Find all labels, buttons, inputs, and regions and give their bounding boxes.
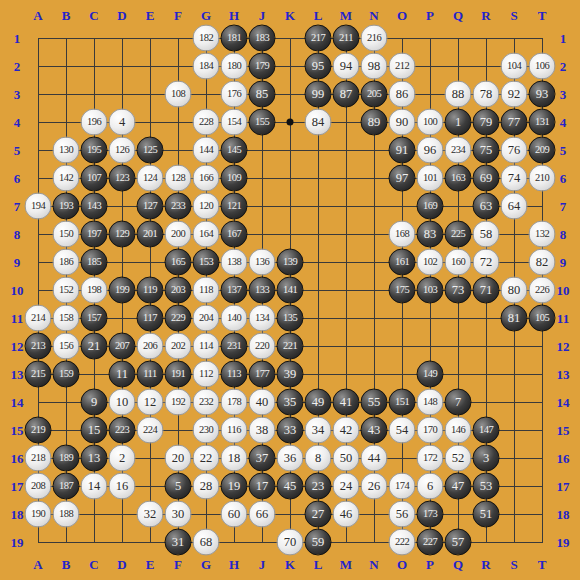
column-label-top-A: A [33, 9, 42, 22]
stone-white-18-H16[interactable]: 18 [221, 445, 248, 472]
stone-black-39-K13[interactable]: 39 [277, 361, 304, 388]
stone-black-123-D6[interactable]: 123 [109, 165, 136, 192]
stone-black-179-J2[interactable]: 179 [249, 53, 276, 80]
stone-white-16-D17[interactable]: 16 [109, 473, 136, 500]
row-label-right-10: 10 [557, 284, 570, 297]
row-label-right-14: 14 [557, 396, 570, 409]
stone-black-189-B16[interactable]: 189 [53, 445, 80, 472]
stone-white-154-H4[interactable]: 154 [221, 109, 248, 136]
stone-white-74-S6[interactable]: 74 [501, 165, 528, 192]
row-label-left-10: 10 [11, 284, 24, 297]
stone-black-79-R4[interactable]: 79 [473, 109, 500, 136]
stone-white-218-A16[interactable]: 218 [25, 445, 52, 472]
stone-white-38-J15[interactable]: 38 [249, 417, 276, 444]
stone-black-227-P19[interactable]: 227 [417, 529, 444, 556]
column-label-top-R: R [481, 9, 490, 22]
stone-black-95-L2[interactable]: 95 [305, 53, 332, 80]
stone-white-144-G5[interactable]: 144 [193, 137, 220, 164]
stone-white-152-B10[interactable]: 152 [53, 277, 80, 304]
stone-white-26-N17[interactable]: 26 [361, 473, 388, 500]
stone-black-221-K12[interactable]: 221 [277, 333, 304, 360]
row-label-right-6: 6 [560, 172, 567, 185]
stone-white-14-C17[interactable]: 14 [81, 473, 108, 500]
stone-white-22-G16[interactable]: 22 [193, 445, 220, 472]
stone-white-212-O2[interactable]: 212 [389, 53, 416, 80]
stone-black-47-Q17[interactable]: 47 [445, 473, 472, 500]
stone-black-27-L18[interactable]: 27 [305, 501, 332, 528]
stone-black-3-R16[interactable]: 3 [473, 445, 500, 472]
stone-black-109-H6[interactable]: 109 [221, 165, 248, 192]
stone-black-85-J3[interactable]: 85 [249, 81, 276, 108]
stone-white-126-D5[interactable]: 126 [109, 137, 136, 164]
row-label-right-16: 16 [557, 452, 570, 465]
row-label-left-16: 16 [11, 452, 24, 465]
row-label-left-5: 5 [14, 144, 21, 157]
stone-black-1-Q4[interactable]: 1 [445, 109, 472, 136]
stone-black-31-F19[interactable]: 31 [165, 529, 192, 556]
column-label-top-K: K [285, 9, 295, 22]
stone-black-217-L1[interactable]: 217 [305, 25, 332, 52]
stone-black-23-L17[interactable]: 23 [305, 473, 332, 500]
stone-white-140-H11[interactable]: 140 [221, 305, 248, 332]
stone-black-233-F7[interactable]: 233 [165, 193, 192, 220]
stone-white-44-N16[interactable]: 44 [361, 445, 388, 472]
stone-black-71-R10[interactable]: 71 [473, 277, 500, 304]
stone-white-168-O8[interactable]: 168 [389, 221, 416, 248]
stone-black-107-C6[interactable]: 107 [81, 165, 108, 192]
stone-white-86-O3[interactable]: 86 [389, 81, 416, 108]
stone-black-105-T11[interactable]: 105 [529, 305, 556, 332]
stone-black-169-P7[interactable]: 169 [417, 193, 444, 220]
stone-white-156-B12[interactable]: 156 [53, 333, 80, 360]
stone-black-75-R5[interactable]: 75 [473, 137, 500, 164]
stone-white-172-P16[interactable]: 172 [417, 445, 444, 472]
stone-black-7-Q14[interactable]: 7 [445, 389, 472, 416]
row-label-left-3: 3 [14, 88, 21, 101]
stone-white-70-K19[interactable]: 70 [277, 529, 304, 556]
stone-white-78-R3[interactable]: 78 [473, 81, 500, 108]
stone-black-161-O9[interactable]: 161 [389, 249, 416, 276]
stone-white-30-F18[interactable]: 30 [165, 501, 192, 528]
stone-white-10-D14[interactable]: 10 [109, 389, 136, 416]
stone-white-101-P6[interactable]: 101 [417, 165, 444, 192]
stone-black-191-F13[interactable]: 191 [165, 361, 192, 388]
column-label-top-B: B [62, 9, 71, 22]
stone-white-220-J12[interactable]: 220 [249, 333, 276, 360]
stone-black-97-O6[interactable]: 97 [389, 165, 416, 192]
stone-black-163-Q6[interactable]: 163 [445, 165, 472, 192]
stone-white-204-G11[interactable]: 204 [193, 305, 220, 332]
stone-white-68-G19[interactable]: 68 [193, 529, 220, 556]
stone-black-193-B7[interactable]: 193 [53, 193, 80, 220]
stone-white-134-J11[interactable]: 134 [249, 305, 276, 332]
stone-white-188-B18[interactable]: 188 [53, 501, 80, 528]
row-label-left-18: 18 [11, 508, 24, 521]
stone-white-176-H3[interactable]: 176 [221, 81, 248, 108]
row-label-left-9: 9 [14, 256, 21, 269]
column-label-bottom-P: P [426, 558, 434, 571]
stone-black-83-P8[interactable]: 83 [417, 221, 444, 248]
stone-black-187-B17[interactable]: 187 [53, 473, 80, 500]
stone-white-56-O18[interactable]: 56 [389, 501, 416, 528]
stone-white-4-D4[interactable]: 4 [109, 109, 136, 136]
stone-black-33-K15[interactable]: 33 [277, 417, 304, 444]
column-label-top-D: D [117, 9, 126, 22]
stone-white-192-F14[interactable]: 192 [165, 389, 192, 416]
stone-white-226-T10[interactable]: 226 [529, 277, 556, 304]
stone-black-55-N14[interactable]: 55 [361, 389, 388, 416]
stone-black-199-D10[interactable]: 199 [109, 277, 136, 304]
stone-black-137-H10[interactable]: 137 [221, 277, 248, 304]
row-label-left-12: 12 [11, 340, 24, 353]
row-label-right-7: 7 [560, 200, 567, 213]
stone-white-194-A7[interactable]: 194 [25, 193, 52, 220]
column-label-top-L: L [314, 9, 323, 22]
stone-black-93-T3[interactable]: 93 [529, 81, 556, 108]
stone-black-113-H13[interactable]: 113 [221, 361, 248, 388]
stone-black-51-R18[interactable]: 51 [473, 501, 500, 528]
stone-white-66-J18[interactable]: 66 [249, 501, 276, 528]
column-label-bottom-K: K [285, 558, 295, 571]
stone-white-234-Q5[interactable]: 234 [445, 137, 472, 164]
row-label-right-13: 13 [557, 368, 570, 381]
row-label-right-8: 8 [560, 228, 567, 241]
stone-white-142-B6[interactable]: 142 [53, 165, 80, 192]
stone-white-214-A11[interactable]: 214 [25, 305, 52, 332]
stone-black-213-A12[interactable]: 213 [25, 333, 52, 360]
stone-black-45-K17[interactable]: 45 [277, 473, 304, 500]
go-board: AABBCCDDEEFFGGHHJJKKLLMMNNOOPPQQRRSSTT11… [0, 0, 580, 580]
stone-white-120-G7[interactable]: 120 [193, 193, 220, 220]
stone-white-206-E12[interactable]: 206 [137, 333, 164, 360]
row-label-right-17: 17 [557, 480, 570, 493]
column-label-top-Q: Q [453, 9, 463, 22]
row-label-right-18: 18 [557, 508, 570, 521]
column-label-bottom-F: F [174, 558, 182, 571]
stone-black-17-J17[interactable]: 17 [249, 473, 276, 500]
stone-white-88-Q3[interactable]: 88 [445, 81, 472, 108]
stone-black-133-J10[interactable]: 133 [249, 277, 276, 304]
stone-white-138-H9[interactable]: 138 [221, 249, 248, 276]
column-label-bottom-S: S [510, 558, 517, 571]
row-label-right-11: 11 [557, 312, 569, 325]
stone-black-21-C12[interactable]: 21 [81, 333, 108, 360]
stone-white-186-B9[interactable]: 186 [53, 249, 80, 276]
stone-black-225-Q8[interactable]: 225 [445, 221, 472, 248]
stone-white-96-P5[interactable]: 96 [417, 137, 444, 164]
column-label-bottom-J: J [259, 558, 266, 571]
stone-black-13-C16[interactable]: 13 [81, 445, 108, 472]
stone-black-77-S4[interactable]: 77 [501, 109, 528, 136]
stone-black-153-G9[interactable]: 153 [193, 249, 220, 276]
stone-white-208-A17[interactable]: 208 [25, 473, 52, 500]
stone-black-11-D13[interactable]: 11 [109, 361, 136, 388]
column-label-bottom-T: T [538, 558, 547, 571]
column-label-bottom-M: M [340, 558, 352, 571]
stone-white-20-F16[interactable]: 20 [165, 445, 192, 472]
stone-black-59-L19[interactable]: 59 [305, 529, 332, 556]
stone-white-40-J14[interactable]: 40 [249, 389, 276, 416]
stone-white-216-N1[interactable]: 216 [361, 25, 388, 52]
stone-white-2-D16[interactable]: 2 [109, 445, 136, 472]
stone-white-174-O17[interactable]: 174 [389, 473, 416, 500]
stone-black-139-K9[interactable]: 139 [277, 249, 304, 276]
stone-white-64-S7[interactable]: 64 [501, 193, 528, 220]
stone-black-15-C15[interactable]: 15 [81, 417, 108, 444]
stone-white-196-C4[interactable]: 196 [81, 109, 108, 136]
stone-white-82-T9[interactable]: 82 [529, 249, 556, 276]
stone-black-35-K14[interactable]: 35 [277, 389, 304, 416]
stone-black-223-D15[interactable]: 223 [109, 417, 136, 444]
column-label-bottom-L: L [314, 558, 323, 571]
stone-white-34-L15[interactable]: 34 [305, 417, 332, 444]
stone-black-177-J13[interactable]: 177 [249, 361, 276, 388]
stone-white-84-L4[interactable]: 84 [305, 109, 332, 136]
stone-white-200-F8[interactable]: 200 [165, 221, 192, 248]
stone-white-132-T8[interactable]: 132 [529, 221, 556, 248]
stone-white-102-P9[interactable]: 102 [417, 249, 444, 276]
stone-black-127-E7[interactable]: 127 [137, 193, 164, 220]
row-label-left-7: 7 [14, 200, 21, 213]
stone-black-147-R15[interactable]: 147 [473, 417, 500, 444]
stone-white-180-H2[interactable]: 180 [221, 53, 248, 80]
stone-white-166-G6[interactable]: 166 [193, 165, 220, 192]
column-label-top-H: H [229, 9, 239, 22]
stone-white-232-G14[interactable]: 232 [193, 389, 220, 416]
stone-black-49-L14[interactable]: 49 [305, 389, 332, 416]
row-label-right-3: 3 [560, 88, 567, 101]
stone-black-165-F9[interactable]: 165 [165, 249, 192, 276]
column-label-top-G: G [201, 9, 211, 22]
stone-white-228-G4[interactable]: 228 [193, 109, 220, 136]
stone-white-112-G13[interactable]: 112 [193, 361, 220, 388]
row-label-left-19: 19 [11, 536, 24, 549]
row-label-left-13: 13 [11, 368, 24, 381]
stone-black-53-R17[interactable]: 53 [473, 473, 500, 500]
row-label-right-9: 9 [560, 256, 567, 269]
stone-black-103-P10[interactable]: 103 [417, 277, 444, 304]
stone-black-63-R7[interactable]: 63 [473, 193, 500, 220]
stone-white-146-Q15[interactable]: 146 [445, 417, 472, 444]
stone-white-32-E18[interactable]: 32 [137, 501, 164, 528]
stone-white-80-S10[interactable]: 80 [501, 277, 528, 304]
stone-white-116-H15[interactable]: 116 [221, 417, 248, 444]
star-point-K4 [287, 119, 294, 126]
stone-black-87-M3[interactable]: 87 [333, 81, 360, 108]
stone-white-198-C10[interactable]: 198 [81, 277, 108, 304]
stone-white-224-E15[interactable]: 224 [137, 417, 164, 444]
row-label-left-1: 1 [14, 32, 21, 45]
row-label-right-2: 2 [560, 60, 567, 73]
stone-black-219-A15[interactable]: 219 [25, 417, 52, 444]
column-label-top-M: M [340, 9, 352, 22]
column-label-top-N: N [369, 9, 378, 22]
stone-white-46-M18[interactable]: 46 [333, 501, 360, 528]
stone-black-207-D12[interactable]: 207 [109, 333, 136, 360]
row-label-right-4: 4 [560, 116, 567, 129]
stone-white-94-M2[interactable]: 94 [333, 53, 360, 80]
stone-white-160-Q9[interactable]: 160 [445, 249, 472, 276]
stone-black-143-C7[interactable]: 143 [81, 193, 108, 220]
stone-white-222-O19[interactable]: 222 [389, 529, 416, 556]
stone-black-125-E5[interactable]: 125 [137, 137, 164, 164]
stone-white-182-G1[interactable]: 182 [193, 25, 220, 52]
row-label-left-15: 15 [11, 424, 24, 437]
stone-white-12-E14[interactable]: 12 [137, 389, 164, 416]
row-label-right-1: 1 [560, 32, 567, 45]
stone-black-57-Q19[interactable]: 57 [445, 529, 472, 556]
column-label-top-C: C [89, 9, 98, 22]
stone-black-203-F10[interactable]: 203 [165, 277, 192, 304]
stone-black-43-N15[interactable]: 43 [361, 417, 388, 444]
stone-black-205-N3[interactable]: 205 [361, 81, 388, 108]
stone-black-173-P18[interactable]: 173 [417, 501, 444, 528]
column-label-bottom-A: A [33, 558, 42, 571]
column-label-bottom-C: C [89, 558, 98, 571]
stone-white-190-A18[interactable]: 190 [25, 501, 52, 528]
stone-black-9-C14[interactable]: 9 [81, 389, 108, 416]
stone-white-6-P17[interactable]: 6 [417, 473, 444, 500]
stone-white-24-M17[interactable]: 24 [333, 473, 360, 500]
stone-white-158-B11[interactable]: 158 [53, 305, 80, 332]
stone-white-8-L16[interactable]: 8 [305, 445, 332, 472]
stone-black-121-H7[interactable]: 121 [221, 193, 248, 220]
stone-black-91-O5[interactable]: 91 [389, 137, 416, 164]
stone-black-209-T5[interactable]: 209 [529, 137, 556, 164]
stone-white-136-J9[interactable]: 136 [249, 249, 276, 276]
stone-white-150-B8[interactable]: 150 [53, 221, 80, 248]
stone-white-90-O4[interactable]: 90 [389, 109, 416, 136]
stone-white-210-T6[interactable]: 210 [529, 165, 556, 192]
stone-black-181-H1[interactable]: 181 [221, 25, 248, 52]
stone-white-72-R9[interactable]: 72 [473, 249, 500, 276]
row-label-right-19: 19 [557, 536, 570, 549]
stone-white-114-G12[interactable]: 114 [193, 333, 220, 360]
stone-white-76-S5[interactable]: 76 [501, 137, 528, 164]
stone-black-167-H8[interactable]: 167 [221, 221, 248, 248]
column-label-top-T: T [538, 9, 547, 22]
row-label-left-4: 4 [14, 116, 21, 129]
stone-black-145-H5[interactable]: 145 [221, 137, 248, 164]
column-label-top-J: J [259, 9, 266, 22]
stone-black-119-E10[interactable]: 119 [137, 277, 164, 304]
stone-white-58-R8[interactable]: 58 [473, 221, 500, 248]
stone-white-36-K16[interactable]: 36 [277, 445, 304, 472]
stone-white-230-G15[interactable]: 230 [193, 417, 220, 444]
stone-black-117-E11[interactable]: 117 [137, 305, 164, 332]
stone-black-37-J16[interactable]: 37 [249, 445, 276, 472]
stone-white-100-P4[interactable]: 100 [417, 109, 444, 136]
column-label-bottom-B: B [62, 558, 71, 571]
stone-white-148-P14[interactable]: 148 [417, 389, 444, 416]
stone-white-164-G8[interactable]: 164 [193, 221, 220, 248]
stone-white-42-M15[interactable]: 42 [333, 417, 360, 444]
stone-black-231-H12[interactable]: 231 [221, 333, 248, 360]
stone-white-54-O15[interactable]: 54 [389, 417, 416, 444]
column-label-bottom-H: H [229, 558, 239, 571]
stone-white-178-H14[interactable]: 178 [221, 389, 248, 416]
column-label-top-O: O [397, 9, 407, 22]
stone-black-129-D8[interactable]: 129 [109, 221, 136, 248]
stone-white-104-S2[interactable]: 104 [501, 53, 528, 80]
stone-black-151-O14[interactable]: 151 [389, 389, 416, 416]
stone-black-73-Q10[interactable]: 73 [445, 277, 472, 304]
stone-white-52-Q16[interactable]: 52 [445, 445, 472, 472]
stone-black-41-M14[interactable]: 41 [333, 389, 360, 416]
stone-black-89-N4[interactable]: 89 [361, 109, 388, 136]
column-label-top-E: E [146, 9, 155, 22]
row-label-right-5: 5 [560, 144, 567, 157]
row-label-left-2: 2 [14, 60, 21, 73]
column-label-bottom-N: N [369, 558, 378, 571]
stone-white-92-S3[interactable]: 92 [501, 81, 528, 108]
row-label-left-14: 14 [11, 396, 24, 409]
stone-black-201-E8[interactable]: 201 [137, 221, 164, 248]
stone-black-5-F17[interactable]: 5 [165, 473, 192, 500]
column-label-bottom-D: D [117, 558, 126, 571]
stone-white-128-F6[interactable]: 128 [165, 165, 192, 192]
stone-white-118-G10[interactable]: 118 [193, 277, 220, 304]
stone-black-183-J1[interactable]: 183 [249, 25, 276, 52]
stone-white-28-G17[interactable]: 28 [193, 473, 220, 500]
row-label-left-11: 11 [11, 312, 23, 325]
stone-white-202-F12[interactable]: 202 [165, 333, 192, 360]
column-label-bottom-E: E [146, 558, 155, 571]
column-label-bottom-G: G [201, 558, 211, 571]
row-label-left-17: 17 [11, 480, 24, 493]
stone-black-111-E13[interactable]: 111 [137, 361, 164, 388]
stone-black-211-M1[interactable]: 211 [333, 25, 360, 52]
stone-black-185-C9[interactable]: 185 [81, 249, 108, 276]
column-label-bottom-O: O [397, 558, 407, 571]
stone-white-108-F3[interactable]: 108 [165, 81, 192, 108]
row-label-left-8: 8 [14, 228, 21, 241]
stone-black-131-T4[interactable]: 131 [529, 109, 556, 136]
stone-white-50-M16[interactable]: 50 [333, 445, 360, 472]
stone-black-69-R6[interactable]: 69 [473, 165, 500, 192]
stone-white-106-T2[interactable]: 106 [529, 53, 556, 80]
row-label-right-15: 15 [557, 424, 570, 437]
stone-black-159-B13[interactable]: 159 [53, 361, 80, 388]
stone-black-229-F11[interactable]: 229 [165, 305, 192, 332]
stone-black-141-K10[interactable]: 141 [277, 277, 304, 304]
stone-black-149-P13[interactable]: 149 [417, 361, 444, 388]
row-label-left-6: 6 [14, 172, 21, 185]
column-label-bottom-Q: Q [453, 558, 463, 571]
stone-white-60-H18[interactable]: 60 [221, 501, 248, 528]
stone-white-170-P15[interactable]: 170 [417, 417, 444, 444]
stone-black-19-H17[interactable]: 19 [221, 473, 248, 500]
stone-white-130-B5[interactable]: 130 [53, 137, 80, 164]
stone-black-135-K11[interactable]: 135 [277, 305, 304, 332]
stone-black-215-A13[interactable]: 215 [25, 361, 52, 388]
row-label-right-12: 12 [557, 340, 570, 353]
stone-black-155-J4[interactable]: 155 [249, 109, 276, 136]
column-label-top-F: F [174, 9, 182, 22]
stone-black-195-C5[interactable]: 195 [81, 137, 108, 164]
stone-black-99-L3[interactable]: 99 [305, 81, 332, 108]
column-label-top-P: P [426, 9, 434, 22]
column-label-bottom-R: R [481, 558, 490, 571]
stone-white-124-E6[interactable]: 124 [137, 165, 164, 192]
stone-black-157-C11[interactable]: 157 [81, 305, 108, 332]
stone-black-197-C8[interactable]: 197 [81, 221, 108, 248]
stone-black-175-O10[interactable]: 175 [389, 277, 416, 304]
stone-black-81-S11[interactable]: 81 [501, 305, 528, 332]
column-label-top-S: S [510, 9, 517, 22]
stone-white-98-N2[interactable]: 98 [361, 53, 388, 80]
stone-white-184-G2[interactable]: 184 [193, 53, 220, 80]
